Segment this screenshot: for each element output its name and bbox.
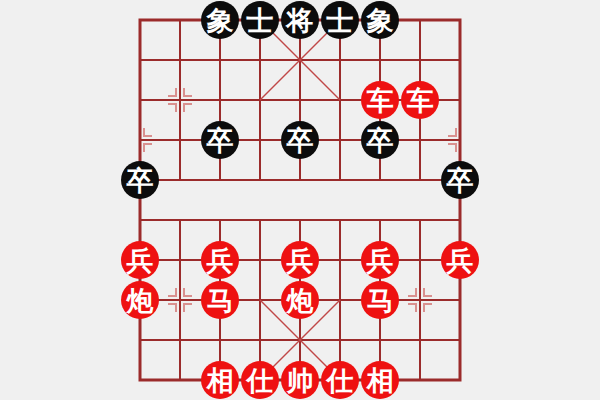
piece-black-elephant[interactable]: 象 — [361, 1, 399, 39]
piece-red-elephant[interactable]: 相 — [201, 361, 239, 399]
piece-black-soldier[interactable]: 卒 — [201, 121, 239, 159]
piece-red-cannon[interactable]: 炮 — [121, 281, 159, 319]
piece-black-advisor[interactable]: 士 — [321, 1, 359, 39]
piece-red-advisor[interactable]: 仕 — [321, 361, 359, 399]
piece-red-advisor[interactable]: 仕 — [241, 361, 279, 399]
piece-black-soldier[interactable]: 卒 — [361, 121, 399, 159]
piece-red-soldier[interactable]: 兵 — [281, 241, 319, 279]
piece-black-soldier[interactable]: 卒 — [441, 161, 479, 199]
piece-red-cannon[interactable]: 炮 — [281, 281, 319, 319]
xiangqi-app-screen: 象士将士象车车卒卒卒卒卒兵兵兵兵兵炮马炮马相仕帅仕相 — [0, 0, 600, 400]
piece-black-soldier[interactable]: 卒 — [121, 161, 159, 199]
piece-red-horse[interactable]: 马 — [201, 281, 239, 319]
pieces-layer: 象士将士象车车卒卒卒卒卒兵兵兵兵兵炮马炮马相仕帅仕相 — [120, 0, 480, 400]
piece-red-elephant[interactable]: 相 — [361, 361, 399, 399]
piece-black-soldier[interactable]: 卒 — [281, 121, 319, 159]
piece-red-soldier[interactable]: 兵 — [121, 241, 159, 279]
piece-red-chariot[interactable]: 车 — [361, 81, 399, 119]
piece-red-chariot[interactable]: 车 — [401, 81, 439, 119]
piece-red-general[interactable]: 帅 — [281, 361, 319, 399]
piece-red-horse[interactable]: 马 — [361, 281, 399, 319]
piece-red-soldier[interactable]: 兵 — [361, 241, 399, 279]
piece-black-advisor[interactable]: 士 — [241, 1, 279, 39]
piece-black-elephant[interactable]: 象 — [201, 1, 239, 39]
piece-red-soldier[interactable]: 兵 — [201, 241, 239, 279]
piece-black-general[interactable]: 将 — [281, 1, 319, 39]
piece-red-soldier[interactable]: 兵 — [441, 241, 479, 279]
